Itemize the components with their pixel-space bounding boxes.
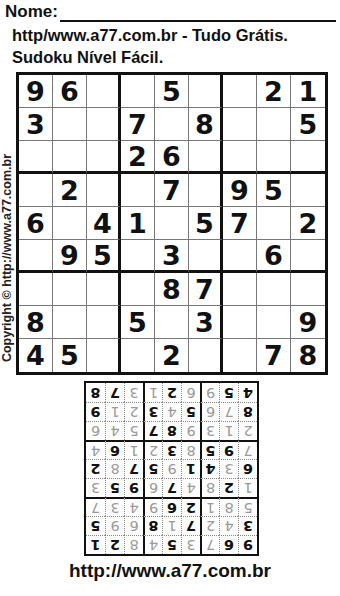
puzzle-cell-r8c8[interactable] <box>257 306 291 339</box>
solution-cell-r4c6: 6 <box>143 478 162 497</box>
solution-cell-r1c1: 9 <box>238 535 257 554</box>
puzzle-cell-r8c6: 3 <box>189 306 223 339</box>
puzzle-cell-r1c8: 2 <box>257 75 291 108</box>
solution-cell-r7c8: 4 <box>105 421 124 440</box>
difficulty-title: Sudoku Nível Fácil. <box>12 48 163 67</box>
solution-cell-r2c6: 8 <box>143 516 162 535</box>
puzzle-cell-r4c3[interactable] <box>87 174 121 207</box>
solution-cell-r7c3: 3 <box>200 421 219 440</box>
puzzle-cell-r4c1[interactable] <box>19 174 53 207</box>
solution-cell-r5c4: 1 <box>181 459 200 478</box>
solution-cell-r3c6: 9 <box>143 497 162 516</box>
puzzle-cell-r1c2: 6 <box>53 75 87 108</box>
solution-cell-r2c8: 9 <box>105 516 124 535</box>
puzzle-cell-r9c8: 7 <box>257 339 291 372</box>
solution-cell-r4c1: 1 <box>238 478 257 497</box>
solution-cell-r8c4: 5 <box>181 402 200 421</box>
solution-cell-r6c9: 4 <box>86 440 105 459</box>
solution-cell-r9c4: 6 <box>181 383 200 402</box>
puzzle-cell-r6c7[interactable] <box>223 240 257 273</box>
solution-cell-r4c5: 7 <box>162 478 181 497</box>
puzzle-cell-r5c3: 4 <box>87 207 121 240</box>
solution-cell-r2c2: 4 <box>219 516 238 535</box>
solution-cell-r1c2: 6 <box>219 535 238 554</box>
solution-cell-r4c4: 4 <box>181 478 200 497</box>
solution-cell-r7c4: 9 <box>181 421 200 440</box>
puzzle-cell-r1c9: 1 <box>291 75 325 108</box>
puzzle-cell-r6c2: 9 <box>53 240 87 273</box>
puzzle-cell-r3c3[interactable] <box>87 141 121 174</box>
solution-cell-r9c8: 7 <box>105 383 124 402</box>
puzzle-cell-r5c6: 5 <box>189 207 223 240</box>
solution-cell-r8c9: 9 <box>86 402 105 421</box>
puzzle-cell-r7c6: 7 <box>189 273 223 306</box>
puzzle-cell-r8c7[interactable] <box>223 306 257 339</box>
solution-cell-r5c6: 5 <box>143 459 162 478</box>
puzzle-cell-r2c3[interactable] <box>87 108 121 141</box>
solution-grid-rotated: 9673548213427186955812694371284769536341… <box>84 381 259 556</box>
puzzle-cell-r1c1: 9 <box>19 75 53 108</box>
puzzle-cell-r8c2[interactable] <box>53 306 87 339</box>
puzzle-cell-r9c7[interactable] <box>223 339 257 372</box>
solution-cell-r2c7: 6 <box>124 516 143 535</box>
solution-cell-r1c8: 2 <box>105 535 124 554</box>
solution-cell-r1c4: 3 <box>181 535 200 554</box>
puzzle-cell-r9c2: 5 <box>53 339 87 372</box>
solution-cell-r9c7: 3 <box>124 383 143 402</box>
puzzle-cell-r7c2[interactable] <box>53 273 87 306</box>
solution-cell-r6c3: 5 <box>200 440 219 459</box>
name-row: Nome: <box>5 2 336 22</box>
solution-cell-r6c8: 6 <box>105 440 124 459</box>
puzzle-cell-r3c8[interactable] <box>257 141 291 174</box>
puzzle-cell-r4c8: 5 <box>257 174 291 207</box>
puzzle-cell-r2c8[interactable] <box>257 108 291 141</box>
solution-cell-r2c1: 3 <box>238 516 257 535</box>
puzzle-cell-r3c9[interactable] <box>291 141 325 174</box>
solution-cell-r3c3: 1 <box>200 497 219 516</box>
puzzle-cell-r3c1[interactable] <box>19 141 53 174</box>
puzzle-cell-r7c9[interactable] <box>291 273 325 306</box>
solution-cell-r5c3: 4 <box>200 459 219 478</box>
solution-cell-r3c7: 4 <box>124 497 143 516</box>
puzzle-cell-r7c8[interactable] <box>257 273 291 306</box>
puzzle-cell-r4c7: 9 <box>223 174 257 207</box>
solution-cell-r7c5: 8 <box>162 421 181 440</box>
solution-cell-r3c9: 7 <box>86 497 105 516</box>
solution-cell-r1c6: 4 <box>143 535 162 554</box>
solution-cell-r8c1: 8 <box>238 402 257 421</box>
puzzle-cell-r8c1: 8 <box>19 306 53 339</box>
puzzle-cell-r3c2[interactable] <box>53 141 87 174</box>
solution-cell-r8c8: 1 <box>105 402 124 421</box>
solution-cell-r5c8: 8 <box>105 459 124 478</box>
puzzle-cell-r8c4: 5 <box>121 306 155 339</box>
puzzle-cell-r9c6[interactable] <box>189 339 223 372</box>
puzzle-cell-r6c6[interactable] <box>189 240 223 273</box>
puzzle-cell-r3c5: 6 <box>155 141 189 174</box>
puzzle-cell-r8c9: 9 <box>291 306 325 339</box>
solution-cell-r9c9: 8 <box>86 383 105 402</box>
name-label: Nome: <box>5 2 58 22</box>
solution-cell-r2c9: 5 <box>86 516 105 535</box>
puzzle-cell-r5c4: 1 <box>121 207 155 240</box>
solution-cell-r6c4: 8 <box>181 440 200 459</box>
solution-cell-r1c3: 7 <box>200 535 219 554</box>
solution-cell-r5c7: 7 <box>124 459 143 478</box>
puzzle-cell-r4c2: 2 <box>53 174 87 207</box>
solution-cell-r6c5: 3 <box>162 440 181 459</box>
vertical-copyright: Copyright © http://www.a77.com.br <box>0 133 16 383</box>
solution-cell-r4c8: 5 <box>105 478 124 497</box>
solution-cell-r9c2: 5 <box>219 383 238 402</box>
puzzle-cell-r8c3[interactable] <box>87 306 121 339</box>
solution-cell-r6c7: 1 <box>124 440 143 459</box>
puzzle-cell-r9c1: 4 <box>19 339 53 372</box>
puzzle-cell-r2c6: 8 <box>189 108 223 141</box>
puzzle-cell-r1c7[interactable] <box>223 75 257 108</box>
puzzle-cell-r7c3[interactable] <box>87 273 121 306</box>
sudoku-solution-grid: 9673548213427186955812694371284769536341… <box>84 381 259 556</box>
puzzle-cell-r2c5[interactable] <box>155 108 189 141</box>
solution-cell-r8c3: 6 <box>200 402 219 421</box>
puzzle-cell-r2c9: 5 <box>291 108 325 141</box>
puzzle-cell-r3c7[interactable] <box>223 141 257 174</box>
puzzle-cell-r9c3[interactable] <box>87 339 121 372</box>
puzzle-cell-r6c4[interactable] <box>121 240 155 273</box>
solution-cell-r8c6: 3 <box>143 402 162 421</box>
puzzle-cell-r4c6[interactable] <box>189 174 223 207</box>
solution-cell-r7c1: 2 <box>238 421 257 440</box>
puzzle-cell-r2c2[interactable] <box>53 108 87 141</box>
solution-cell-r6c1: 7 <box>238 440 257 459</box>
solution-cell-r7c6: 7 <box>143 421 162 440</box>
puzzle-cell-r1c4[interactable] <box>121 75 155 108</box>
puzzle-cell-r2c4: 7 <box>121 108 155 141</box>
solution-cell-r5c5: 9 <box>162 459 181 478</box>
solution-cell-r3c1: 5 <box>238 497 257 516</box>
solution-cell-r7c9: 6 <box>86 421 105 440</box>
solution-cell-r2c4: 7 <box>181 516 200 535</box>
solution-cell-r4c7: 9 <box>124 478 143 497</box>
solution-cell-r6c2: 9 <box>219 440 238 459</box>
solution-cell-r3c4: 2 <box>181 497 200 516</box>
solution-cell-r8c7: 2 <box>124 402 143 421</box>
solution-cell-r4c2: 2 <box>219 478 238 497</box>
solution-cell-r1c5: 5 <box>162 535 181 554</box>
puzzle-cell-r4c9[interactable] <box>291 174 325 207</box>
puzzle-cell-r7c4[interactable] <box>121 273 155 306</box>
sudoku-puzzle-grid: 965213785262795641572953687853945278 <box>16 72 328 375</box>
solution-cell-r4c3: 8 <box>200 478 219 497</box>
solution-cell-r2c3: 2 <box>200 516 219 535</box>
puzzle-cell-r6c9[interactable] <box>291 240 325 273</box>
footer-url: http://www.a77.com.br <box>0 560 340 582</box>
solution-cell-r1c9: 1 <box>86 535 105 554</box>
solution-cell-r9c5: 2 <box>162 383 181 402</box>
puzzle-cell-r5c1: 6 <box>19 207 53 240</box>
puzzle-cell-r7c5: 8 <box>155 273 189 306</box>
puzzle-cell-r5c7: 7 <box>223 207 257 240</box>
puzzle-cell-r1c6[interactable] <box>189 75 223 108</box>
solution-cell-r9c1: 4 <box>238 383 257 402</box>
puzzle-cell-r1c5: 5 <box>155 75 189 108</box>
puzzle-cell-r9c9: 8 <box>291 339 325 372</box>
solution-cell-r5c9: 2 <box>86 459 105 478</box>
solution-cell-r3c2: 8 <box>219 497 238 516</box>
solution-cell-r3c8: 3 <box>105 497 124 516</box>
puzzle-cell-r9c4[interactable] <box>121 339 155 372</box>
solution-cell-r7c2: 1 <box>219 421 238 440</box>
puzzle-cell-r2c1: 3 <box>19 108 53 141</box>
puzzle-cell-r5c5[interactable] <box>155 207 189 240</box>
puzzle-cell-r6c8: 6 <box>257 240 291 273</box>
puzzle-cell-r7c7[interactable] <box>223 273 257 306</box>
puzzle-cell-r4c4[interactable] <box>121 174 155 207</box>
solution-cell-r6c6: 2 <box>143 440 162 459</box>
site-title: http/www.a77.com.br - Tudo Grátis. <box>12 26 288 45</box>
name-underline <box>60 2 336 22</box>
solution-cell-r9c6: 1 <box>143 383 162 402</box>
puzzle-cell-r2c7[interactable] <box>223 108 257 141</box>
puzzle-cell-r5c8[interactable] <box>257 207 291 240</box>
solution-cell-r5c1: 6 <box>238 459 257 478</box>
solution-cell-r9c3: 9 <box>200 383 219 402</box>
solution-cell-r1c7: 8 <box>124 535 143 554</box>
solution-cell-r8c5: 4 <box>162 402 181 421</box>
solution-cell-r3c5: 6 <box>162 497 181 516</box>
puzzle-cell-r9c5: 2 <box>155 339 189 372</box>
puzzle-cell-r5c9: 2 <box>291 207 325 240</box>
puzzle-cell-r1c3[interactable] <box>87 75 121 108</box>
solution-cell-r5c2: 3 <box>219 459 238 478</box>
puzzle-cell-r7c1[interactable] <box>19 273 53 306</box>
solution-cell-r7c7: 5 <box>124 421 143 440</box>
puzzle-cell-r3c4: 2 <box>121 141 155 174</box>
solution-cell-r8c2: 7 <box>219 402 238 421</box>
puzzle-cell-r8c5[interactable] <box>155 306 189 339</box>
puzzle-cell-r5c2[interactable] <box>53 207 87 240</box>
puzzle-cell-r6c5: 3 <box>155 240 189 273</box>
puzzle-cell-r4c5: 7 <box>155 174 189 207</box>
solution-cell-r2c5: 1 <box>162 516 181 535</box>
puzzle-cell-r3c6[interactable] <box>189 141 223 174</box>
solution-cell-r4c9: 3 <box>86 478 105 497</box>
puzzle-cell-r6c1[interactable] <box>19 240 53 273</box>
puzzle-cell-r6c3: 5 <box>87 240 121 273</box>
